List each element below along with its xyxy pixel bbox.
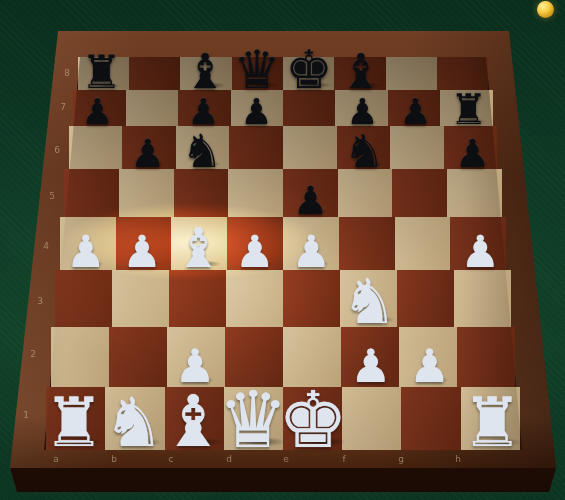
piece-white-knight-f3[interactable]: ♞: [341, 272, 397, 334]
piece-white-pawn-h4[interactable]: ♟: [461, 230, 501, 274]
piece-white-bishop-c1[interactable]: ♝: [161, 386, 225, 457]
piece-white-pawn-a4[interactable]: ♟: [66, 230, 106, 274]
piece-white-bishop-c4[interactable]: ♝: [174, 221, 223, 276]
piece-black-knight-c6[interactable]: ♞: [181, 128, 222, 174]
piece-white-pawn-g2[interactable]: ♟: [409, 345, 450, 391]
piece-white-king-e1[interactable]: ♚: [278, 381, 348, 459]
piece-white-rook-a1[interactable]: ♜: [43, 389, 104, 457]
piece-black-pawn-d7[interactable]: ♟: [241, 94, 273, 130]
piece-white-knight-b1[interactable]: ♞: [103, 389, 164, 457]
piece-white-rook-h1[interactable]: ♜: [462, 389, 523, 457]
piece-white-pawn-f2[interactable]: ♟: [350, 345, 391, 391]
piece-black-queen-d8[interactable]: ♛: [233, 44, 280, 97]
piece-white-pawn-d4[interactable]: ♟: [235, 230, 275, 274]
piece-black-pawn-e5[interactable]: ♟: [293, 181, 328, 220]
chess-scene: abcdefgh87654321 ♜♝♛♚♝♟♟♟♟♟♜♟♞♞♟♟♟♟♝♟♟♟♞…: [0, 0, 565, 500]
piece-black-pawn-a7[interactable]: ♟: [82, 94, 114, 130]
piece-black-bishop-f8[interactable]: ♝: [339, 48, 382, 96]
gold-ball-icon: [537, 1, 554, 18]
pieces-layer: ♜♝♛♚♝♟♟♟♟♟♜♟♞♞♟♟♟♟♝♟♟♟♞♟♟♟♜♞♝♛♚♜: [0, 0, 565, 500]
piece-black-knight-f6[interactable]: ♞: [344, 128, 385, 174]
piece-black-rook-h7[interactable]: ♜: [450, 89, 488, 131]
piece-black-pawn-g7[interactable]: ♟: [400, 94, 432, 130]
piece-black-king-e8[interactable]: ♚: [285, 44, 332, 97]
piece-black-pawn-h6[interactable]: ♟: [455, 133, 490, 172]
piece-white-pawn-b4[interactable]: ♟: [122, 230, 162, 274]
piece-white-pawn-e4[interactable]: ♟: [291, 230, 331, 274]
piece-black-pawn-b6[interactable]: ♟: [130, 133, 165, 172]
piece-black-bishop-c8[interactable]: ♝: [184, 48, 227, 96]
piece-black-rook-a8[interactable]: ♜: [81, 50, 122, 96]
